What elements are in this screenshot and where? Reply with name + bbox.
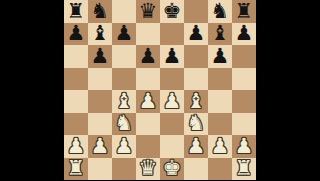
square-d4[interactable]: ♟	[136, 90, 160, 113]
white-knight: ♞	[115, 113, 134, 134]
white-rook: ♜	[67, 158, 86, 179]
square-c6[interactable]	[112, 45, 136, 68]
square-h4[interactable]	[232, 90, 256, 113]
square-e7[interactable]	[160, 23, 184, 46]
square-c3[interactable]: ♞	[112, 113, 136, 136]
square-g7[interactable]: ♝	[208, 23, 232, 46]
square-a5[interactable]	[64, 68, 88, 91]
square-b3[interactable]	[88, 113, 112, 136]
white-queen: ♛	[139, 158, 158, 179]
square-a2[interactable]: ♟	[64, 135, 88, 158]
black-pawn: ♟	[115, 23, 134, 44]
white-pawn: ♟	[211, 136, 230, 157]
square-d1[interactable]: ♛	[136, 158, 160, 181]
square-e8[interactable]: ♚	[160, 0, 184, 23]
square-g5[interactable]	[208, 68, 232, 91]
square-a8[interactable]: ♜	[64, 0, 88, 23]
square-h5[interactable]	[232, 68, 256, 91]
white-pawn: ♟	[139, 91, 158, 112]
white-bishop: ♝	[115, 91, 134, 112]
white-pawn: ♟	[91, 136, 110, 157]
square-f7[interactable]: ♟	[184, 23, 208, 46]
letterbox-right	[256, 0, 320, 180]
black-pawn: ♟	[187, 23, 206, 44]
square-a6[interactable]	[64, 45, 88, 68]
square-c7[interactable]: ♟	[112, 23, 136, 46]
square-d8[interactable]: ♛	[136, 0, 160, 23]
black-pawn: ♟	[211, 46, 230, 67]
black-knight: ♞	[91, 1, 110, 22]
black-bishop: ♝	[211, 23, 230, 44]
white-king: ♚	[163, 158, 182, 179]
square-g4[interactable]	[208, 90, 232, 113]
square-a7[interactable]: ♟	[64, 23, 88, 46]
square-g6[interactable]: ♟	[208, 45, 232, 68]
square-g3[interactable]	[208, 113, 232, 136]
chess-app-stage: ♜♞♛♚♞♜♟♝♟♟♝♟♟♟♟♟♝♟♟♝♞♞♟♟♟♟♟♟♜♛♚♜	[0, 0, 320, 180]
black-knight: ♞	[211, 1, 230, 22]
white-knight: ♞	[187, 113, 206, 134]
square-f5[interactable]	[184, 68, 208, 91]
black-queen: ♛	[139, 1, 158, 22]
square-f4[interactable]: ♝	[184, 90, 208, 113]
white-rook: ♜	[235, 158, 254, 179]
square-c8[interactable]	[112, 0, 136, 23]
square-e5[interactable]	[160, 68, 184, 91]
square-c4[interactable]: ♝	[112, 90, 136, 113]
square-h6[interactable]	[232, 45, 256, 68]
white-pawn: ♟	[187, 136, 206, 157]
black-bishop: ♝	[91, 23, 110, 44]
square-e4[interactable]: ♟	[160, 90, 184, 113]
square-a3[interactable]	[64, 113, 88, 136]
square-b1[interactable]	[88, 158, 112, 181]
square-b4[interactable]	[88, 90, 112, 113]
square-e1[interactable]: ♚	[160, 158, 184, 181]
square-f3[interactable]: ♞	[184, 113, 208, 136]
square-f8[interactable]	[184, 0, 208, 23]
square-g8[interactable]: ♞	[208, 0, 232, 23]
white-pawn: ♟	[163, 91, 182, 112]
square-c1[interactable]	[112, 158, 136, 181]
square-d5[interactable]	[136, 68, 160, 91]
square-d2[interactable]	[136, 135, 160, 158]
square-b7[interactable]: ♝	[88, 23, 112, 46]
black-rook: ♜	[67, 1, 86, 22]
black-pawn: ♟	[139, 46, 158, 67]
square-a4[interactable]	[64, 90, 88, 113]
black-king: ♚	[163, 1, 182, 22]
square-b6[interactable]: ♟	[88, 45, 112, 68]
square-f2[interactable]: ♟	[184, 135, 208, 158]
square-e2[interactable]	[160, 135, 184, 158]
black-pawn: ♟	[235, 23, 254, 44]
square-h7[interactable]: ♟	[232, 23, 256, 46]
square-f1[interactable]	[184, 158, 208, 181]
square-d3[interactable]	[136, 113, 160, 136]
black-rook: ♜	[235, 1, 254, 22]
square-f6[interactable]	[184, 45, 208, 68]
square-d7[interactable]	[136, 23, 160, 46]
square-b2[interactable]: ♟	[88, 135, 112, 158]
letterbox-left	[0, 0, 64, 180]
chess-board: ♜♞♛♚♞♜♟♝♟♟♝♟♟♟♟♟♝♟♟♝♞♞♟♟♟♟♟♟♜♛♚♜	[64, 0, 256, 180]
square-h2[interactable]: ♟	[232, 135, 256, 158]
square-c2[interactable]: ♟	[112, 135, 136, 158]
white-pawn: ♟	[235, 136, 254, 157]
square-g2[interactable]: ♟	[208, 135, 232, 158]
white-pawn: ♟	[115, 136, 134, 157]
black-pawn: ♟	[91, 46, 110, 67]
square-a1[interactable]: ♜	[64, 158, 88, 181]
square-b8[interactable]: ♞	[88, 0, 112, 23]
square-g1[interactable]	[208, 158, 232, 181]
square-d6[interactable]: ♟	[136, 45, 160, 68]
square-h1[interactable]: ♜	[232, 158, 256, 181]
white-pawn: ♟	[67, 136, 86, 157]
square-e6[interactable]: ♟	[160, 45, 184, 68]
square-h8[interactable]: ♜	[232, 0, 256, 23]
square-h3[interactable]	[232, 113, 256, 136]
black-pawn: ♟	[67, 23, 86, 44]
white-bishop: ♝	[187, 91, 206, 112]
square-e3[interactable]	[160, 113, 184, 136]
black-pawn: ♟	[163, 46, 182, 67]
square-c5[interactable]	[112, 68, 136, 91]
square-b5[interactable]	[88, 68, 112, 91]
